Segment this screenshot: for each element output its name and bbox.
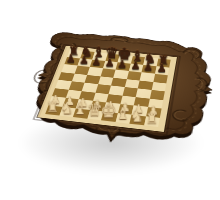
chess-case: ♜♞♝♛♚♝♞♜♟♟♟♟♟♟♟♟♟♟♟♟♟♟♟♟♜♞♝♛♚♝♞♜ [0,23,217,168]
square-h7: ♟ [155,66,170,75]
black-pawn-piece: ♟ [151,63,172,74]
square-f5 [124,79,139,89]
square-h1: ♜ [144,116,160,127]
square-g4 [136,88,151,98]
white-rook-piece: ♜ [140,111,163,125]
photo-scene: ♜♞♝♛♚♝♞♜♟♟♟♟♟♟♟♟♟♟♟♟♟♟♟♟♜♞♝♛♚♝♞♜ [0,0,220,200]
